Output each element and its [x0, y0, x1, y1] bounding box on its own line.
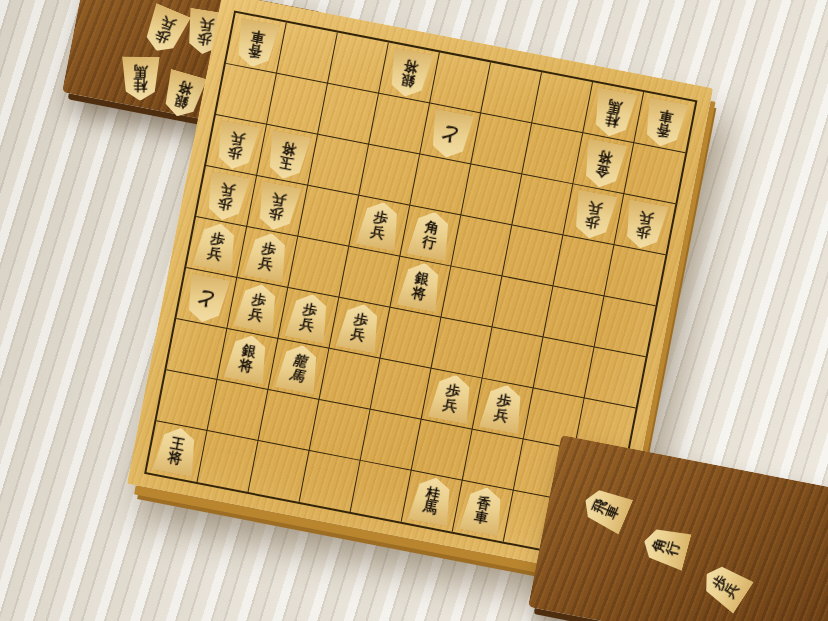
shogi-piece[interactable]: 銀将: [384, 47, 433, 100]
shogi-piece[interactable]: 玉将: [262, 129, 311, 182]
piece-kanji: 行: [664, 540, 681, 557]
piece-kanji: 車: [249, 28, 265, 45]
shogi-piece[interactable]: 歩兵: [233, 280, 282, 333]
piece-kanji: 兵: [721, 580, 741, 600]
piece-kanji: 兵: [258, 255, 274, 272]
board-cell[interactable]: 香車: [634, 92, 695, 153]
board-cell[interactable]: [594, 296, 655, 357]
piece-kanji: 兵: [199, 17, 215, 33]
piece-kanji: 車: [658, 108, 674, 125]
piece-kanji: 兵: [248, 306, 264, 323]
piece-kanji: 馬: [606, 98, 622, 115]
shogi-piece[interactable]: 香車: [231, 17, 280, 70]
piece-kanji: 行: [421, 233, 437, 250]
piece-kanji: 兵: [207, 245, 223, 262]
piece-kanji: 将: [402, 58, 418, 75]
shogi-piece[interactable]: 龍馬: [274, 341, 323, 394]
piece-kanji: 将: [176, 79, 193, 97]
board-cell[interactable]: [624, 143, 685, 204]
piece-kanji: 兵: [638, 210, 654, 227]
piece-kanji: と: [439, 123, 462, 146]
shogi-piece[interactable]: 歩兵: [201, 170, 250, 223]
shogi-piece[interactable]: 香車: [458, 484, 507, 537]
piece-kanji: 兵: [159, 15, 177, 34]
piece-kanji: 馬: [289, 367, 305, 384]
shogi-piece[interactable]: 王将: [152, 424, 201, 477]
board-cell[interactable]: [604, 245, 665, 306]
piece-kanji: 将: [280, 140, 296, 157]
shogi-piece[interactable]: 角行: [406, 208, 455, 261]
shogi-piece[interactable]: 桂馬: [589, 87, 638, 140]
shogi-piece[interactable]: 歩兵: [243, 229, 292, 282]
shogi-piece[interactable]: 歩兵: [620, 199, 669, 252]
shogi-piece[interactable]: 歩兵: [335, 300, 384, 353]
shogi-piece[interactable]: と: [182, 272, 231, 325]
piece-kanji: 兵: [270, 191, 286, 208]
shogi-piece[interactable]: 桂馬: [407, 474, 456, 527]
piece-kanji: 桂: [133, 79, 147, 94]
shogi-piece[interactable]: 歩兵: [427, 371, 476, 424]
shogi-piece[interactable]: 飛車: [578, 482, 634, 535]
shogi-piece[interactable]: 歩兵: [192, 220, 241, 273]
piece-kanji: 兵: [442, 396, 458, 413]
shogi-piece[interactable]: と: [425, 108, 474, 161]
shogi-piece[interactable]: 歩兵: [284, 290, 333, 343]
shogi-piece[interactable]: 桂馬: [121, 56, 161, 101]
piece-kanji: 将: [411, 284, 427, 301]
board-cell[interactable]: [585, 347, 646, 408]
shogi-piece[interactable]: 銀将: [223, 332, 272, 385]
piece-kanji: 兵: [370, 223, 386, 240]
piece-kanji: 車: [473, 509, 489, 526]
piece-kanji: 兵: [350, 325, 366, 342]
piece-kanji: 将: [596, 149, 612, 166]
piece-kanji: 兵: [586, 200, 602, 217]
shogi-piece[interactable]: 銀将: [396, 259, 445, 312]
piece-kanji: 将: [238, 357, 254, 374]
shogi-piece[interactable]: 歩兵: [211, 119, 260, 172]
shogi-piece[interactable]: 歩兵: [478, 381, 527, 434]
shogi-piece[interactable]: 歩兵: [139, 3, 192, 59]
shogi-piece[interactable]: 歩兵: [696, 558, 754, 615]
piece-kanji: 兵: [493, 406, 509, 423]
piece-kanji: 兵: [219, 181, 235, 198]
shogi-piece[interactable]: 歩兵: [355, 198, 404, 251]
piece-kanji: と: [195, 287, 218, 310]
shogi-piece[interactable]: 歩兵: [252, 180, 301, 233]
piece-kanji: 兵: [299, 316, 315, 333]
shogi-piece[interactable]: 香車: [640, 97, 689, 150]
piece-kanji: 馬: [422, 499, 438, 516]
piece-kanji: 馬: [133, 64, 147, 79]
shogi-piece[interactable]: 角行: [639, 522, 692, 571]
piece-kanji: 車: [603, 502, 622, 520]
piece-kanji: 将: [167, 449, 183, 466]
shogi-piece[interactable]: 金将: [579, 138, 628, 191]
piece-kanji: 兵: [229, 130, 245, 147]
shogi-piece[interactable]: 歩兵: [569, 189, 618, 242]
